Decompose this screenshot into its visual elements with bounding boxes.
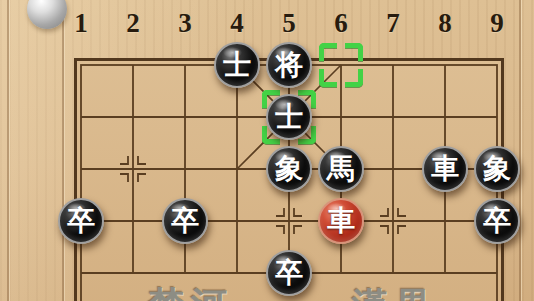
piece-black-advisor[interactable]: 士 (266, 94, 312, 140)
piece-black-soldier[interactable]: 卒 (58, 198, 104, 244)
highlight-corner (319, 69, 337, 87)
column-label: 8 (438, 8, 452, 39)
piece-black-soldier[interactable]: 卒 (266, 250, 312, 296)
piece-glyph: 卒 (67, 207, 95, 235)
piece-black-soldier[interactable]: 卒 (162, 198, 208, 244)
xiangqi-board-screen: 123456789 楚河 漢界 士将士象馬車象卒卒車卒卒 (0, 0, 534, 301)
piece-black-general[interactable]: 将 (266, 42, 312, 88)
column-label: 6 (334, 8, 348, 39)
piece-glyph: 士 (223, 51, 251, 79)
piece-glyph: 象 (275, 155, 303, 183)
move-highlight-marker (319, 43, 363, 87)
piece-black-advisor[interactable]: 士 (214, 42, 260, 88)
highlight-corner (345, 43, 363, 61)
column-label: 9 (490, 8, 504, 39)
piece-glyph: 車 (431, 155, 459, 183)
column-label: 2 (126, 8, 140, 39)
piece-glyph: 象 (483, 155, 511, 183)
piece-glyph: 卒 (171, 207, 199, 235)
piece-glyph: 馬 (327, 155, 355, 183)
board-intersections[interactable]: 士将士象馬車象卒卒車卒卒 (55, 39, 523, 299)
piece-red-chariot[interactable]: 車 (318, 198, 364, 244)
piece-black-chariot[interactable]: 車 (422, 146, 468, 192)
piece-glyph: 将 (275, 51, 303, 79)
column-labels: 123456789 (55, 5, 523, 41)
column-label: 1 (74, 8, 88, 39)
piece-glyph: 車 (327, 207, 355, 235)
column-label: 4 (230, 8, 244, 39)
piece-glyph: 士 (275, 103, 303, 131)
piece-black-horse[interactable]: 馬 (318, 146, 364, 192)
piece-black-soldier[interactable]: 卒 (474, 198, 520, 244)
piece-glyph: 卒 (483, 207, 511, 235)
highlight-corner (319, 43, 337, 61)
piece-black-elephant[interactable]: 象 (266, 146, 312, 192)
piece-black-elephant[interactable]: 象 (474, 146, 520, 192)
column-label: 3 (178, 8, 192, 39)
piece-glyph: 卒 (275, 259, 303, 287)
column-label: 5 (282, 8, 296, 39)
column-label: 7 (386, 8, 400, 39)
highlight-corner (345, 69, 363, 87)
